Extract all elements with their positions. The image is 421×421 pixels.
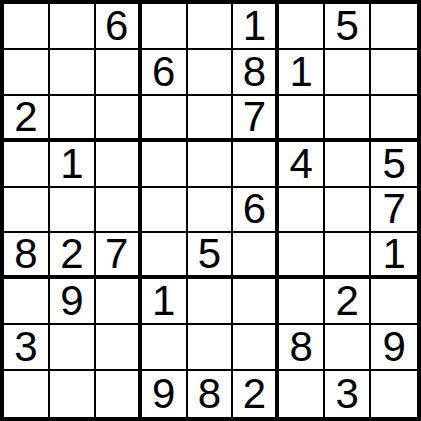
given-digit: 1 (60, 143, 83, 185)
given-digit: 1 (290, 51, 313, 93)
cell-r7c5[interactable] (188, 279, 234, 325)
cell-r7c7[interactable] (279, 279, 325, 325)
cell-r4c5[interactable] (188, 142, 234, 188)
cell-r2c1[interactable] (4, 50, 50, 96)
cell-r9c8[interactable]: 3 (325, 371, 371, 417)
given-digit: 6 (152, 51, 175, 93)
cell-r1c7[interactable] (279, 4, 325, 50)
cell-r3c3[interactable] (96, 96, 142, 142)
cell-r3c6[interactable]: 7 (233, 96, 279, 142)
given-digit: 9 (382, 326, 405, 368)
given-digit: 8 (290, 326, 313, 368)
cell-r2c5[interactable] (188, 50, 234, 96)
given-digit: 9 (60, 280, 83, 322)
cell-r3c8[interactable] (325, 96, 371, 142)
cell-r5c9[interactable]: 7 (371, 188, 417, 234)
given-digit: 8 (198, 373, 221, 415)
cell-r4c2[interactable]: 1 (50, 142, 96, 188)
given-digit: 2 (60, 233, 83, 275)
cell-r8c4[interactable] (142, 325, 188, 371)
cell-r8c5[interactable] (188, 325, 234, 371)
cell-r5c8[interactable] (325, 188, 371, 234)
cell-r4c4[interactable] (142, 142, 188, 188)
given-digit: 2 (243, 373, 266, 415)
cell-r6c7[interactable] (279, 233, 325, 279)
cell-r9c4[interactable]: 9 (142, 371, 188, 417)
given-digit: 4 (290, 143, 313, 185)
cell-r6c8[interactable] (325, 233, 371, 279)
cell-r2c6[interactable]: 8 (233, 50, 279, 96)
cell-r8c8[interactable] (325, 325, 371, 371)
cell-r8c2[interactable] (50, 325, 96, 371)
cell-r9c2[interactable] (50, 371, 96, 417)
given-digit: 3 (335, 373, 358, 415)
cell-r3c5[interactable] (188, 96, 234, 142)
cell-r1c4[interactable] (142, 4, 188, 50)
given-digit: 6 (243, 188, 266, 230)
cell-r4c9[interactable]: 5 (371, 142, 417, 188)
cell-r4c8[interactable] (325, 142, 371, 188)
given-digit: 5 (382, 143, 405, 185)
given-digit: 7 (243, 96, 266, 138)
cell-r4c3[interactable] (96, 142, 142, 188)
cell-r3c7[interactable] (279, 96, 325, 142)
cell-r7c6[interactable] (233, 279, 279, 325)
cell-r2c9[interactable] (371, 50, 417, 96)
cell-r9c7[interactable] (279, 371, 325, 417)
cell-r9c5[interactable]: 8 (188, 371, 234, 417)
cell-r1c8[interactable]: 5 (325, 4, 371, 50)
given-digit: 5 (198, 233, 221, 275)
given-digit: 8 (243, 51, 266, 93)
cell-r1c2[interactable] (50, 4, 96, 50)
cell-r2c8[interactable] (325, 50, 371, 96)
given-digit: 2 (335, 280, 358, 322)
cell-r1c1[interactable] (4, 4, 50, 50)
given-digit: 5 (335, 5, 358, 47)
cell-r6c5[interactable]: 5 (188, 233, 234, 279)
given-digit: 7 (382, 188, 405, 230)
given-digit: 1 (382, 233, 405, 275)
given-digit: 9 (152, 373, 175, 415)
cell-r5c2[interactable] (50, 188, 96, 234)
cell-r2c2[interactable] (50, 50, 96, 96)
cell-r1c6[interactable]: 1 (233, 4, 279, 50)
cell-r3c1[interactable]: 2 (4, 96, 50, 142)
given-digit: 8 (14, 233, 37, 275)
cell-r6c2[interactable]: 2 (50, 233, 96, 279)
cell-r8c9[interactable]: 9 (371, 325, 417, 371)
cell-r6c9[interactable]: 1 (371, 233, 417, 279)
cell-r7c8[interactable]: 2 (325, 279, 371, 325)
given-digit: 3 (14, 326, 37, 368)
cell-r3c4[interactable] (142, 96, 188, 142)
cell-r6c6[interactable] (233, 233, 279, 279)
cell-r7c2[interactable]: 9 (50, 279, 96, 325)
cell-r1c5[interactable] (188, 4, 234, 50)
cell-r9c1[interactable] (4, 371, 50, 417)
cell-r1c3[interactable]: 6 (96, 4, 142, 50)
cell-r9c6[interactable]: 2 (233, 371, 279, 417)
cell-r8c1[interactable]: 3 (4, 325, 50, 371)
cell-r7c1[interactable] (4, 279, 50, 325)
cell-r7c4[interactable]: 1 (142, 279, 188, 325)
cell-r5c4[interactable] (142, 188, 188, 234)
given-digit: 1 (152, 280, 175, 322)
cell-r2c7[interactable]: 1 (279, 50, 325, 96)
cell-r4c7[interactable]: 4 (279, 142, 325, 188)
cell-r3c9[interactable] (371, 96, 417, 142)
cell-r5c5[interactable] (188, 188, 234, 234)
cell-r6c3[interactable]: 7 (96, 233, 142, 279)
cell-r5c1[interactable] (4, 188, 50, 234)
cell-r9c9[interactable] (371, 371, 417, 417)
cell-r7c9[interactable] (371, 279, 417, 325)
cell-r9c3[interactable] (96, 371, 142, 417)
cell-r5c3[interactable] (96, 188, 142, 234)
cell-r2c4[interactable]: 6 (142, 50, 188, 96)
given-digit: 1 (243, 5, 266, 47)
cell-r8c7[interactable]: 8 (279, 325, 325, 371)
cell-r5c6[interactable]: 6 (233, 188, 279, 234)
cell-r3c2[interactable] (50, 96, 96, 142)
cell-r4c1[interactable] (4, 142, 50, 188)
cell-r4c6[interactable] (233, 142, 279, 188)
cell-r8c6[interactable] (233, 325, 279, 371)
cell-r1c9[interactable] (371, 4, 417, 50)
cell-r6c1[interactable]: 8 (4, 233, 50, 279)
cell-r8c3[interactable] (96, 325, 142, 371)
cell-r2c3[interactable] (96, 50, 142, 96)
sudoku-board: 6156812714567827519123899823 (0, 0, 421, 421)
given-digit: 7 (105, 233, 128, 275)
given-digit: 6 (105, 5, 128, 47)
given-digit: 2 (14, 96, 37, 138)
cell-r6c4[interactable] (142, 233, 188, 279)
cell-r5c7[interactable] (279, 188, 325, 234)
cell-r7c3[interactable] (96, 279, 142, 325)
